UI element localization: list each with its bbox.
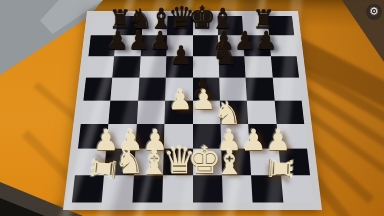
settings-button[interactable]: ⚙ <box>366 4 382 20</box>
piece-black-pawn-h7[interactable]: ♟ <box>250 28 283 53</box>
piece-white-bishop-f1[interactable]: ♝ <box>207 145 251 179</box>
piece-white-rook-h1-fallen[interactable]: ♜ <box>264 148 297 190</box>
gear-icon: ⚙ <box>369 5 379 18</box>
piece-black-knight-f6[interactable]: ♞ <box>206 40 244 69</box>
game-scene: ♜♞♝♛♚♝♜♟♟♟♟♟♟♟♞♟♟♟♞♟♟♟♟♟♟♜♞♝♛♚♝♜ ⚙ <box>0 0 384 216</box>
piece-black-pawn-d6[interactable]: ♟ <box>164 43 198 69</box>
pieces-layer: ♜♞♝♛♚♝♜♟♟♟♟♟♟♟♞♟♟♟♞♟♟♟♟♟♟♜♞♝♛♚♝♜ <box>0 0 384 216</box>
